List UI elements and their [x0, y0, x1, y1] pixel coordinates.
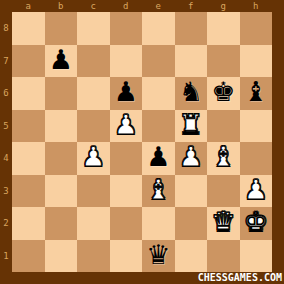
rank-label-8: 8	[0, 12, 12, 45]
square-c8[interactable]	[77, 12, 110, 45]
board: ♟♟♞♚♝♟♜♟♟♟♝♝♟♛♚♛	[12, 12, 272, 272]
square-h2[interactable]: ♚	[240, 207, 273, 240]
square-g3[interactable]	[207, 175, 240, 208]
chess-diagram: abcdefgh 87654321 ♟♟♞♚♝♟♜♟♟♟♝♝♟♛♚♛ CHESS…	[0, 0, 284, 284]
square-d5[interactable]: ♟	[110, 110, 143, 143]
white-queen-g2: ♛	[211, 207, 235, 239]
square-c2[interactable]	[77, 207, 110, 240]
square-b5[interactable]	[45, 110, 78, 143]
square-b4[interactable]	[45, 142, 78, 175]
square-a8[interactable]	[12, 12, 45, 45]
black-pawn-b7: ♟	[49, 45, 73, 77]
square-a4[interactable]	[12, 142, 45, 175]
square-g4[interactable]: ♝	[207, 142, 240, 175]
rank-label-5: 5	[0, 110, 12, 143]
rank-label-4: 4	[0, 142, 12, 175]
square-e4[interactable]: ♟	[142, 142, 175, 175]
square-d6[interactable]: ♟	[110, 77, 143, 110]
rank-label-3: 3	[0, 175, 12, 208]
square-c7[interactable]	[77, 45, 110, 78]
square-g5[interactable]	[207, 110, 240, 143]
square-a6[interactable]	[12, 77, 45, 110]
square-b1[interactable]	[45, 240, 78, 273]
square-b7[interactable]: ♟	[45, 45, 78, 78]
square-g1[interactable]	[207, 240, 240, 273]
square-e2[interactable]	[142, 207, 175, 240]
square-f5[interactable]: ♜	[175, 110, 208, 143]
square-f7[interactable]	[175, 45, 208, 78]
square-f1[interactable]	[175, 240, 208, 273]
square-g8[interactable]	[207, 12, 240, 45]
square-e1[interactable]: ♛	[142, 240, 175, 273]
black-pawn-e4: ♟	[146, 142, 170, 174]
square-c1[interactable]	[77, 240, 110, 273]
square-f3[interactable]	[175, 175, 208, 208]
square-e6[interactable]	[142, 77, 175, 110]
square-h6[interactable]: ♝	[240, 77, 273, 110]
white-pawn-d5: ♟	[114, 110, 138, 142]
rank-label-2: 2	[0, 207, 12, 240]
file-label-a: a	[12, 0, 45, 12]
square-f8[interactable]	[175, 12, 208, 45]
square-b8[interactable]	[45, 12, 78, 45]
white-bishop-g4: ♝	[211, 142, 235, 174]
square-a1[interactable]	[12, 240, 45, 273]
square-g7[interactable]	[207, 45, 240, 78]
black-queen-e1: ♛	[146, 240, 170, 272]
square-h8[interactable]	[240, 12, 273, 45]
square-h7[interactable]	[240, 45, 273, 78]
file-label-c: c	[77, 0, 110, 12]
white-king-h2: ♚	[244, 207, 268, 239]
white-bishop-e3: ♝	[146, 175, 170, 207]
black-king-g6: ♚	[211, 77, 235, 109]
square-a7[interactable]	[12, 45, 45, 78]
square-b2[interactable]	[45, 207, 78, 240]
rank-label-1: 1	[0, 240, 12, 273]
square-h4[interactable]	[240, 142, 273, 175]
rank-label-6: 6	[0, 77, 12, 110]
square-d4[interactable]	[110, 142, 143, 175]
square-d2[interactable]	[110, 207, 143, 240]
square-b6[interactable]	[45, 77, 78, 110]
square-g2[interactable]: ♛	[207, 207, 240, 240]
square-f6[interactable]: ♞	[175, 77, 208, 110]
black-knight-f6: ♞	[179, 77, 203, 109]
square-c4[interactable]: ♟	[77, 142, 110, 175]
square-a2[interactable]	[12, 207, 45, 240]
square-f4[interactable]: ♟	[175, 142, 208, 175]
square-a5[interactable]	[12, 110, 45, 143]
rank-label-7: 7	[0, 45, 12, 78]
square-d8[interactable]	[110, 12, 143, 45]
black-pawn-d6: ♟	[114, 77, 138, 109]
file-label-f: f	[175, 0, 208, 12]
square-d1[interactable]	[110, 240, 143, 273]
file-label-g: g	[207, 0, 240, 12]
square-c3[interactable]	[77, 175, 110, 208]
black-bishop-h6: ♝	[244, 77, 268, 109]
file-label-d: d	[110, 0, 143, 12]
square-a3[interactable]	[12, 175, 45, 208]
white-rook-f5: ♜	[179, 110, 203, 142]
square-c6[interactable]	[77, 77, 110, 110]
square-c5[interactable]	[77, 110, 110, 143]
square-f2[interactable]	[175, 207, 208, 240]
square-e3[interactable]: ♝	[142, 175, 175, 208]
square-e5[interactable]	[142, 110, 175, 143]
square-d7[interactable]	[110, 45, 143, 78]
square-d3[interactable]	[110, 175, 143, 208]
square-h3[interactable]: ♟	[240, 175, 273, 208]
square-g6[interactable]: ♚	[207, 77, 240, 110]
file-label-e: e	[142, 0, 175, 12]
square-h1[interactable]	[240, 240, 273, 273]
file-label-b: b	[45, 0, 78, 12]
branding-bar: CHESSGAMES.COM	[0, 272, 284, 284]
square-b3[interactable]	[45, 175, 78, 208]
file-label-h: h	[240, 0, 273, 12]
white-pawn-c4: ♟	[81, 142, 105, 174]
white-pawn-f4: ♟	[179, 142, 203, 174]
site-branding: CHESSGAMES.COM	[198, 272, 282, 284]
square-e8[interactable]	[142, 12, 175, 45]
square-e7[interactable]	[142, 45, 175, 78]
white-pawn-h3: ♟	[244, 175, 268, 207]
square-h5[interactable]	[240, 110, 273, 143]
